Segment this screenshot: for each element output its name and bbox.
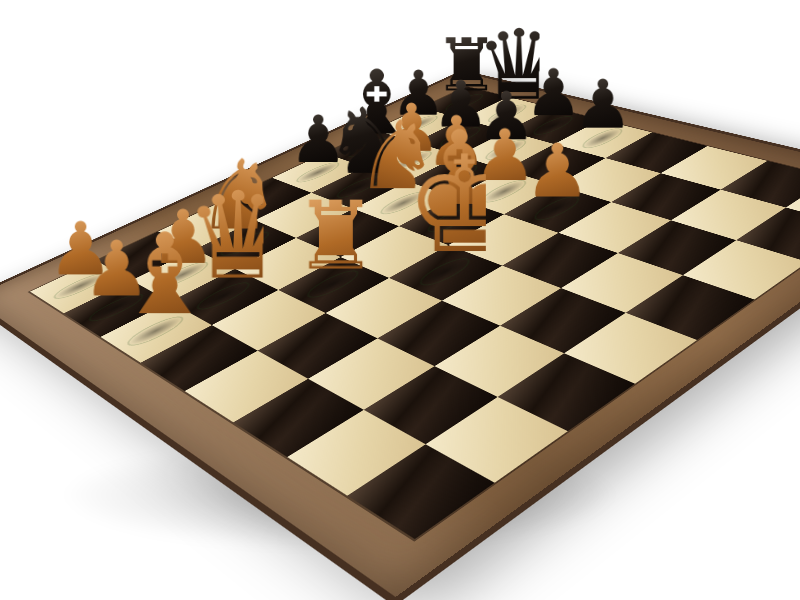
white-pawn-glyph: ♟ — [519, 134, 595, 208]
white-bishop-a6[interactable]: ♝ — [101, 302, 212, 363]
white-bishop-glyph: ♝ — [115, 220, 197, 332]
chess-photo-scene: ♟♟♟♞♝♛♜♚♞♝♟♟♟♟♟♝♟♜♞♟♛♟♟♟ — [0, 0, 800, 600]
white-rook-c5[interactable]: ♜ — [278, 257, 389, 313]
white-king-d4[interactable]: ♚ — [389, 245, 502, 301]
white-rook-glyph: ♜ — [293, 189, 373, 284]
white-king-glyph: ♚ — [405, 139, 486, 272]
